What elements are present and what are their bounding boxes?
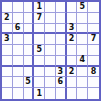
cell-r8c3[interactable]: 5 bbox=[24, 77, 35, 88]
cell-r5c9[interactable] bbox=[88, 45, 99, 56]
cell-r8c5[interactable] bbox=[45, 77, 56, 88]
cell-r8c6[interactable]: 6 bbox=[56, 77, 67, 88]
cell-r9c2[interactable] bbox=[13, 88, 24, 99]
cell-r8c7[interactable] bbox=[67, 77, 78, 88]
cell-r5c7[interactable] bbox=[67, 45, 78, 56]
cell-r1c5[interactable] bbox=[45, 2, 56, 13]
cell-r7c5[interactable] bbox=[45, 67, 56, 78]
cell-r1c6[interactable] bbox=[56, 2, 67, 13]
cell-r2c1[interactable]: 2 bbox=[2, 13, 13, 24]
cell-r7c8[interactable] bbox=[77, 67, 88, 78]
cell-r1c1[interactable] bbox=[2, 2, 13, 13]
cell-r9c5[interactable] bbox=[45, 88, 56, 99]
cell-r6c3[interactable] bbox=[24, 56, 35, 67]
cell-r3c3[interactable] bbox=[24, 24, 35, 35]
cell-r3c2[interactable]: 6 bbox=[13, 24, 24, 35]
cell-r1c8[interactable]: 5 bbox=[77, 2, 88, 13]
cell-r6c2[interactable] bbox=[13, 56, 24, 67]
cell-r2c7[interactable] bbox=[67, 13, 78, 24]
cell-r4c8[interactable] bbox=[77, 34, 88, 45]
cell-r6c8[interactable]: 4 bbox=[77, 56, 88, 67]
cell-r5c2[interactable] bbox=[13, 45, 24, 56]
cell-r2c6[interactable] bbox=[56, 13, 67, 24]
cell-r1c3[interactable] bbox=[24, 2, 35, 13]
cell-r2c2[interactable] bbox=[13, 13, 24, 24]
cell-r3c1[interactable] bbox=[2, 24, 13, 35]
cell-r5c1[interactable] bbox=[2, 45, 13, 56]
cell-r4c6[interactable] bbox=[56, 34, 67, 45]
cell-r6c6[interactable] bbox=[56, 56, 67, 67]
cell-r6c5[interactable] bbox=[45, 56, 56, 67]
cell-r3c4[interactable] bbox=[34, 24, 45, 35]
cell-r1c2[interactable] bbox=[13, 2, 24, 13]
cell-r8c2[interactable] bbox=[13, 77, 24, 88]
cell-r9c9[interactable] bbox=[88, 88, 99, 99]
cell-r5c3[interactable] bbox=[24, 45, 35, 56]
cell-r5c6[interactable] bbox=[56, 45, 67, 56]
cell-r7c1[interactable] bbox=[2, 67, 13, 78]
cell-r6c9[interactable] bbox=[88, 56, 99, 67]
cell-r4c2[interactable] bbox=[13, 34, 24, 45]
cell-r4c1[interactable]: 3 bbox=[2, 34, 13, 45]
cell-r7c9[interactable]: 8 bbox=[88, 67, 99, 78]
cell-r4c7[interactable]: 2 bbox=[67, 34, 78, 45]
cell-r6c1[interactable] bbox=[2, 56, 13, 67]
cell-r1c4[interactable]: 1 bbox=[34, 2, 45, 13]
cell-r1c7[interactable] bbox=[67, 2, 78, 13]
cell-r8c8[interactable] bbox=[77, 77, 88, 88]
cell-r7c6[interactable]: 3 bbox=[56, 67, 67, 78]
cell-r9c3[interactable] bbox=[24, 88, 35, 99]
cell-r4c3[interactable] bbox=[24, 34, 35, 45]
cell-r5c8[interactable] bbox=[77, 45, 88, 56]
cell-r5c4[interactable]: 5 bbox=[34, 45, 45, 56]
cell-r2c5[interactable] bbox=[45, 13, 56, 24]
cell-r9c1[interactable] bbox=[2, 88, 13, 99]
cell-r7c2[interactable] bbox=[13, 67, 24, 78]
cell-r3c6[interactable] bbox=[56, 24, 67, 35]
cell-r2c4[interactable]: 7 bbox=[34, 13, 45, 24]
cell-r2c9[interactable] bbox=[88, 13, 99, 24]
cell-r5c5[interactable] bbox=[45, 45, 56, 56]
cell-r6c7[interactable] bbox=[67, 56, 78, 67]
cell-r9c8[interactable] bbox=[77, 88, 88, 99]
cell-r8c9[interactable] bbox=[88, 77, 99, 88]
cell-r4c5[interactable] bbox=[45, 34, 56, 45]
cell-r7c4[interactable] bbox=[34, 67, 45, 78]
cell-r3c9[interactable] bbox=[88, 24, 99, 35]
cell-r2c8[interactable] bbox=[77, 13, 88, 24]
cell-r8c1[interactable] bbox=[2, 77, 13, 88]
cell-r1c9[interactable] bbox=[88, 2, 99, 13]
cell-r7c3[interactable] bbox=[24, 67, 35, 78]
cell-r3c8[interactable] bbox=[77, 24, 88, 35]
cell-r8c4[interactable] bbox=[34, 77, 45, 88]
cell-r4c9[interactable]: 7 bbox=[88, 34, 99, 45]
cell-r6c4[interactable] bbox=[34, 56, 45, 67]
cell-r7c7[interactable]: 2 bbox=[67, 67, 78, 78]
cell-r9c7[interactable] bbox=[67, 88, 78, 99]
cell-r4c4[interactable] bbox=[34, 34, 45, 45]
cell-r2c3[interactable] bbox=[24, 13, 35, 24]
sudoku-board: 15276332754328561 bbox=[0, 0, 101, 101]
cell-r9c4[interactable]: 1 bbox=[34, 88, 45, 99]
cell-r3c7[interactable]: 3 bbox=[67, 24, 78, 35]
cell-r3c5[interactable] bbox=[45, 24, 56, 35]
cell-r9c6[interactable] bbox=[56, 88, 67, 99]
